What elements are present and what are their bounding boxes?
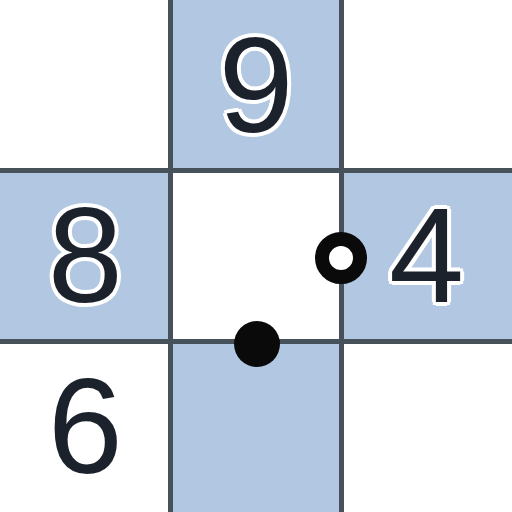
kropki-black-dot [234,321,280,367]
sudoku-board: 9 8 4 6 [0,0,512,512]
cell-r1c3[interactable] [341,0,512,171]
kropki-white-dot [315,232,367,284]
given-digit: 9 [218,18,293,153]
cell-r3c3[interactable] [341,341,512,512]
cell-grid: 9 8 4 6 [0,0,512,512]
grid-line-horizontal-1 [0,168,512,173]
given-digit: 4 [389,188,464,323]
given-digit: 6 [48,359,123,494]
cell-r2c1[interactable]: 8 [0,171,171,342]
cell-r1c2[interactable]: 9 [171,0,342,171]
cell-r3c1[interactable]: 6 [0,341,171,512]
grid-line-vertical-1 [168,0,173,512]
given-digit: 8 [48,188,123,323]
cell-r1c1[interactable] [0,0,171,171]
